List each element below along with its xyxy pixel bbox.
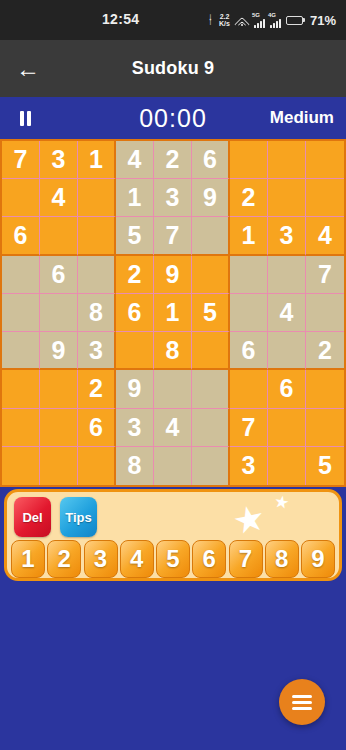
cell-r9c8[interactable] [268,447,306,485]
cell-r1c4[interactable]: 4 [116,141,154,179]
cell-r1c2[interactable]: 3 [40,141,78,179]
cell-r7c6[interactable] [192,370,230,408]
wifi-icon [235,15,249,26]
cell-r4c9[interactable]: 7 [306,256,344,294]
cell-r6c1[interactable] [2,332,40,370]
cell-r9c5[interactable] [154,447,192,485]
cell-r8c3[interactable]: 6 [78,409,116,447]
num-button-3[interactable]: 3 [84,540,118,578]
cell-r8c6[interactable] [192,409,230,447]
cell-r1c3[interactable]: 1 [78,141,116,179]
cell-r7c7[interactable] [230,370,268,408]
cell-r5c5[interactable]: 1 [154,294,192,332]
cell-r4c7[interactable] [230,256,268,294]
cell-r4c1[interactable] [2,256,40,294]
cell-r5c8[interactable]: 4 [268,294,306,332]
cell-r7c8[interactable]: 6 [268,370,306,408]
cell-r9c9[interactable]: 5 [306,447,344,485]
cell-r2c1[interactable] [2,179,40,217]
cell-r3c8[interactable]: 3 [268,217,306,255]
cell-r2c8[interactable] [268,179,306,217]
cell-r7c1[interactable] [2,370,40,408]
cell-r4c5[interactable]: 9 [154,256,192,294]
cell-r7c3[interactable]: 2 [78,370,116,408]
cell-r3c4[interactable]: 5 [116,217,154,255]
control-panel: Del Tips ★ ★ 123456789 [4,489,342,581]
signal-5g-icon: 5G [254,13,265,28]
page-title: Sudoku 9 [0,58,346,79]
cell-r8c1[interactable] [2,409,40,447]
cell-r4c3[interactable] [78,256,116,294]
app-bar: ← Sudoku 9 [0,40,346,97]
cell-r5c6[interactable]: 5 [192,294,230,332]
num-button-6[interactable]: 6 [192,540,226,578]
cell-r1c8[interactable] [268,141,306,179]
num-button-8[interactable]: 8 [265,540,299,578]
status-bar: 12:54 ᛂ 2.2 K/s 5G 4G ⚡ 71% [0,0,346,40]
cell-r6c5[interactable]: 8 [154,332,192,370]
cell-r1c6[interactable]: 6 [192,141,230,179]
cell-r9c2[interactable] [40,447,78,485]
num-button-5[interactable]: 5 [156,540,190,578]
cell-r8c5[interactable]: 4 [154,409,192,447]
cell-r6c7[interactable]: 6 [230,332,268,370]
cell-r2c4[interactable]: 1 [116,179,154,217]
cell-r4c4[interactable]: 2 [116,256,154,294]
cell-r3c3[interactable] [78,217,116,255]
cell-r5c3[interactable]: 8 [78,294,116,332]
cell-r3c5[interactable]: 7 [154,217,192,255]
cell-r7c2[interactable] [40,370,78,408]
cell-r9c7[interactable]: 3 [230,447,268,485]
clock: 12:54 [102,11,139,27]
cell-r3c1[interactable]: 6 [2,217,40,255]
cell-r7c5[interactable] [154,370,192,408]
cell-r4c2[interactable]: 6 [40,256,78,294]
cell-r6c2[interactable]: 9 [40,332,78,370]
num-button-2[interactable]: 2 [47,540,81,578]
cell-r1c7[interactable] [230,141,268,179]
cell-r6c4[interactable] [116,332,154,370]
cell-r5c4[interactable]: 6 [116,294,154,332]
menu-fab[interactable] [279,679,325,725]
cell-r1c1[interactable]: 7 [2,141,40,179]
cell-r8c7[interactable]: 7 [230,409,268,447]
cell-r4c6[interactable] [192,256,230,294]
num-button-1[interactable]: 1 [11,540,45,578]
game-bar: 00:00 Medium [0,97,346,139]
cell-r6c9[interactable]: 2 [306,332,344,370]
cell-r2c5[interactable]: 3 [154,179,192,217]
cell-r5c2[interactable] [40,294,78,332]
cell-r7c9[interactable] [306,370,344,408]
cell-r5c9[interactable] [306,294,344,332]
tips-button[interactable]: Tips [60,497,97,537]
cell-r5c7[interactable] [230,294,268,332]
cell-r2c6[interactable]: 9 [192,179,230,217]
cell-r9c1[interactable] [2,447,40,485]
sudoku-grid: 7314264139265713462978615493862296634783… [0,139,346,487]
cell-r8c8[interactable] [268,409,306,447]
cell-r3c2[interactable] [40,217,78,255]
cell-r4c8[interactable] [268,256,306,294]
delete-button[interactable]: Del [14,497,51,537]
cell-r3c9[interactable]: 4 [306,217,344,255]
network-speed: 2.2 K/s [219,13,230,27]
battery-charging-icon: ⚡ [286,16,305,25]
num-button-7[interactable]: 7 [229,540,263,578]
cell-r8c4[interactable]: 3 [116,409,154,447]
cell-r2c2[interactable]: 4 [40,179,78,217]
cell-r7c4[interactable]: 9 [116,370,154,408]
cell-r3c6[interactable] [192,217,230,255]
cell-r8c9[interactable] [306,409,344,447]
signal-4g-icon: 4G [270,13,281,28]
number-pad: 123456789 [11,540,335,578]
num-button-9[interactable]: 9 [301,540,335,578]
cell-r3c7[interactable]: 1 [230,217,268,255]
stars-icon: ★ ★ [233,496,289,538]
cell-r5c1[interactable] [2,294,40,332]
cell-r9c6[interactable] [192,447,230,485]
cell-r2c7[interactable]: 2 [230,179,268,217]
cell-r1c5[interactable]: 2 [154,141,192,179]
cell-r6c8[interactable] [268,332,306,370]
pause-button[interactable] [20,111,31,126]
bluetooth-icon: ᛂ [207,14,214,26]
num-button-4[interactable]: 4 [120,540,154,578]
cell-r8c2[interactable] [40,409,78,447]
battery-percent: 71% [310,13,336,28]
difficulty-label: Medium [270,108,334,128]
cell-r6c6[interactable] [192,332,230,370]
cell-r9c4[interactable]: 8 [116,447,154,485]
cell-r6c3[interactable]: 3 [78,332,116,370]
cell-r2c9[interactable] [306,179,344,217]
cell-r2c3[interactable] [78,179,116,217]
back-button[interactable]: ← [16,57,40,81]
cell-r9c3[interactable] [78,447,116,485]
cell-r1c9[interactable] [306,141,344,179]
